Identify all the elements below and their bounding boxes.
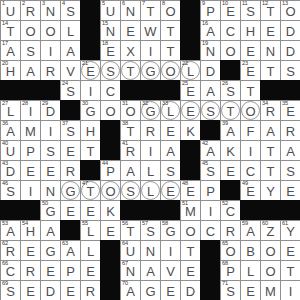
black-square: [20, 200, 40, 220]
cell-letter: A: [201, 21, 220, 40]
black-square: [280, 200, 300, 220]
letter-cell-r8c5[interactable]: T: [80, 140, 100, 160]
letter-cell-r8c1[interactable]: 40U: [0, 140, 20, 160]
circle-marker: [101, 61, 120, 80]
clue-number: 16: [202, 21, 208, 27]
cell-letter: S: [201, 101, 220, 120]
letter-cell-r14c13[interactable]: L: [240, 260, 260, 280]
clue-number: 43: [2, 161, 8, 167]
letter-cell-r2c6[interactable]: 15N: [100, 20, 120, 40]
letter-cell-r4c8[interactable]: G: [140, 60, 160, 80]
cell-letter: O: [21, 21, 40, 40]
letter-cell-r15c9[interactable]: E: [160, 280, 180, 300]
clue-number: 50: [42, 201, 48, 207]
letter-cell-r2c14[interactable]: E: [260, 20, 280, 40]
letter-cell-r13c15[interactable]: E: [280, 240, 300, 260]
cell-letter: R: [61, 161, 80, 180]
letter-cell-r2c15[interactable]: D: [280, 20, 300, 40]
circle-marker: [81, 181, 100, 200]
cell-letter: P: [61, 261, 80, 280]
cell-letter: G: [41, 201, 60, 220]
letter-cell-r13c5[interactable]: L: [80, 240, 100, 260]
cell-letter: U: [101, 1, 120, 20]
letter-cell-r4c4[interactable]: V: [60, 60, 80, 80]
cell-letter: S: [41, 141, 60, 160]
letter-cell-r5c11[interactable]: A: [200, 80, 220, 100]
letter-cell-r9c1[interactable]: 43D: [0, 160, 20, 180]
letter-cell-r9c9[interactable]: S: [160, 160, 180, 180]
cell-letter: L: [81, 241, 100, 260]
letter-cell-r6c14[interactable]: 34R: [260, 100, 280, 120]
letter-cell-r6c11[interactable]: S: [200, 100, 220, 120]
black-square: [280, 80, 300, 100]
circle-marker: [181, 61, 200, 80]
letter-cell-r9c8[interactable]: L: [140, 160, 160, 180]
letter-cell-r14c7[interactable]: 67N: [120, 260, 140, 280]
letter-cell-r2c9[interactable]: T: [160, 20, 180, 40]
cell-letter: T: [121, 121, 140, 140]
letter-cell-r9c2[interactable]: E: [20, 160, 40, 180]
letter-cell-r15c10[interactable]: D: [180, 280, 200, 300]
cell-letter: S: [221, 81, 240, 100]
letter-cell-r11c10[interactable]: 51M: [180, 200, 200, 220]
letter-cell-r3c7[interactable]: X: [120, 40, 140, 60]
letter-cell-r12c9[interactable]: 58G: [160, 220, 180, 240]
letter-cell-r10c13[interactable]: 49E: [240, 180, 260, 200]
letter-cell-r9c3[interactable]: E: [40, 160, 60, 180]
letter-cell-r8c12[interactable]: K: [220, 140, 240, 160]
letter-cell-r8c7[interactable]: 41R: [120, 140, 140, 160]
letter-cell-r11c5[interactable]: E: [80, 200, 100, 220]
letter-cell-r9c13[interactable]: C: [240, 160, 260, 180]
letter-cell-r4c13[interactable]: 23E: [240, 60, 260, 80]
clue-number: 38: [122, 121, 128, 127]
cell-letter: G: [141, 61, 160, 80]
letter-cell-r13c7[interactable]: 64U: [120, 240, 140, 260]
cell-letter: D: [281, 21, 300, 40]
letter-cell-r4c9[interactable]: O: [160, 60, 180, 80]
letter-cell-r9c7[interactable]: A: [120, 160, 140, 180]
clue-number: 45: [202, 161, 208, 167]
black-square: [60, 220, 80, 240]
letter-cell-r6c1[interactable]: 27L: [0, 100, 20, 120]
letter-cell-r15c8[interactable]: G: [140, 280, 160, 300]
letter-cell-r7c10[interactable]: K: [180, 120, 200, 140]
cell-letter: E: [81, 61, 100, 80]
cell-letter: O: [161, 61, 180, 80]
letter-cell-r7c7[interactable]: 38T: [120, 120, 140, 140]
letter-cell-r2c8[interactable]: W: [140, 20, 160, 40]
cell-letter: T: [81, 141, 100, 160]
letter-cell-r8c11[interactable]: 42A: [200, 140, 220, 160]
cell-letter: I: [81, 81, 100, 100]
letter-cell-r4c15[interactable]: S: [280, 60, 300, 80]
cell-letter: T: [261, 1, 280, 20]
cell-letter: T: [221, 101, 240, 120]
black-square: [180, 160, 200, 180]
letter-cell-r10c4[interactable]: G: [60, 180, 80, 200]
letter-cell-r13c2[interactable]: E: [20, 240, 40, 260]
letter-cell-r14c1[interactable]: 66C: [0, 260, 20, 280]
letter-cell-r12c8[interactable]: 57S: [140, 220, 160, 240]
black-square: [260, 200, 280, 220]
clue-number: 66: [2, 261, 8, 267]
letter-cell-r12c15[interactable]: 61Y: [280, 220, 300, 240]
clue-number: 63: [62, 241, 68, 247]
letter-cell-r10c14[interactable]: Y: [260, 180, 280, 200]
black-square: [200, 260, 220, 280]
cell-letter: S: [141, 221, 160, 240]
letter-cell-r7c12[interactable]: 39A: [220, 120, 240, 140]
clue-number: 60: [262, 221, 268, 227]
letter-cell-r12c14[interactable]: 60Z: [260, 220, 280, 240]
black-square: [0, 80, 20, 100]
letter-cell-r3c9[interactable]: T: [160, 40, 180, 60]
letter-cell-r13c1[interactable]: 62R: [0, 240, 20, 260]
letter-cell-r8c14[interactable]: T: [260, 140, 280, 160]
letter-cell-r3c15[interactable]: D: [280, 40, 300, 60]
cell-letter: T: [281, 261, 300, 280]
cell-letter: S: [61, 1, 80, 20]
letter-cell-r4c11[interactable]: D: [200, 60, 220, 80]
letter-cell-r14c5[interactable]: E: [80, 260, 100, 280]
letter-cell-r7c4[interactable]: 37S: [60, 120, 80, 140]
letter-cell-r12c6[interactable]: E: [100, 220, 120, 240]
letter-cell-r6c3[interactable]: 29D: [40, 100, 60, 120]
letter-cell-r12c2[interactable]: 54H: [20, 220, 40, 240]
clue-number: 23: [242, 61, 248, 67]
cell-letter: T: [1, 21, 20, 40]
cell-letter: A: [1, 41, 20, 60]
letter-cell-r10c15[interactable]: E: [280, 180, 300, 200]
letter-cell-r7c1[interactable]: 36A: [0, 120, 20, 140]
letter-cell-r8c4[interactable]: E: [60, 140, 80, 160]
cell-letter: E: [241, 41, 260, 60]
letter-cell-r15c14[interactable]: M: [260, 280, 280, 300]
cell-letter: T: [141, 1, 160, 20]
letter-cell-r9c4[interactable]: R: [60, 160, 80, 180]
black-square: [140, 80, 160, 100]
clue-number: 14: [2, 21, 8, 27]
letter-cell-r6c2[interactable]: 28I: [20, 100, 40, 120]
cell-letter: S: [101, 61, 120, 80]
clue-number: 37: [62, 121, 68, 127]
letter-cell-r2c13[interactable]: H: [240, 20, 260, 40]
cell-letter: E: [261, 21, 280, 40]
letter-cell-r14c3[interactable]: E: [40, 260, 60, 280]
letter-cell-r8c9[interactable]: A: [160, 140, 180, 160]
letter-cell-r7c13[interactable]: F: [240, 120, 260, 140]
letter-cell-r4c6[interactable]: S: [100, 60, 120, 80]
letter-cell-r6c13[interactable]: O: [240, 100, 260, 120]
clue-number: 2: [22, 1, 25, 7]
letter-cell-r15c5[interactable]: R: [80, 280, 100, 300]
letter-cell-r1c4[interactable]: 4S: [60, 0, 80, 20]
letter-cell-r15c1[interactable]: 69S: [0, 280, 20, 300]
cell-letter: E: [161, 121, 180, 140]
letter-cell-r10c3[interactable]: N: [40, 180, 60, 200]
clue-number: 4: [62, 1, 65, 7]
letter-cell-r3c11[interactable]: 19N: [200, 40, 220, 60]
letter-cell-r10c7[interactable]: S: [120, 180, 140, 200]
letter-cell-r5c12[interactable]: 26S: [220, 80, 240, 100]
letter-cell-r12c13[interactable]: 59A: [240, 220, 260, 240]
letter-cell-r3c2[interactable]: S: [20, 40, 40, 60]
letter-cell-r8c15[interactable]: A: [280, 140, 300, 160]
cell-letter: P: [221, 261, 240, 280]
clue-number: 35: [282, 101, 288, 107]
cell-letter: H: [1, 61, 20, 80]
cell-letter: N: [261, 41, 280, 60]
letter-cell-r1c9[interactable]: 8O: [160, 0, 180, 20]
letter-cell-r11c4[interactable]: E: [60, 200, 80, 220]
cell-letter: S: [241, 1, 260, 20]
letter-cell-r13c4[interactable]: 63A: [60, 240, 80, 260]
letter-cell-r9c15[interactable]: S: [280, 160, 300, 180]
letter-cell-r12c1[interactable]: 53A: [0, 220, 20, 240]
letter-cell-r13c13[interactable]: B: [240, 240, 260, 260]
cell-letter: E: [221, 1, 240, 20]
letter-cell-r10c1[interactable]: 46S: [0, 180, 20, 200]
letter-cell-r12c11[interactable]: C: [200, 220, 220, 240]
letter-cell-r15c2[interactable]: E: [20, 280, 40, 300]
letter-cell-r13c8[interactable]: N: [140, 240, 160, 260]
clue-number: 46: [2, 181, 8, 187]
cell-letter: F: [241, 121, 260, 140]
letter-cell-r3c12[interactable]: O: [220, 40, 240, 60]
letter-cell-r13c9[interactable]: I: [160, 240, 180, 260]
letter-cell-r5c10[interactable]: 25E: [180, 80, 200, 100]
cell-letter: O: [101, 181, 120, 200]
letter-cell-r1c15[interactable]: 13O: [280, 0, 300, 20]
cell-letter: I: [141, 141, 160, 160]
letter-cell-r6c5[interactable]: 30G: [80, 100, 100, 120]
cell-letter: N: [121, 261, 140, 280]
letter-cell-r9c6[interactable]: 44P: [100, 160, 120, 180]
cell-letter: E: [181, 181, 200, 200]
letter-cell-r15c12[interactable]: 71S: [220, 280, 240, 300]
letter-cell-r13c14[interactable]: O: [260, 240, 280, 260]
black-square: [260, 80, 280, 100]
letter-cell-r5c13[interactable]: T: [240, 80, 260, 100]
letter-cell-r4c14[interactable]: T: [260, 60, 280, 80]
letter-cell-r13c12[interactable]: 65O: [220, 240, 240, 260]
letter-cell-r7c5[interactable]: H: [80, 120, 100, 140]
letter-cell-r10c11[interactable]: P: [200, 180, 220, 200]
letter-cell-r10c6[interactable]: O: [100, 180, 120, 200]
letter-cell-r7c15[interactable]: R: [280, 120, 300, 140]
black-square: [100, 260, 120, 280]
clue-number: 28: [22, 101, 28, 107]
letter-cell-r14c14[interactable]: O: [260, 260, 280, 280]
letter-cell-r4c10[interactable]: 22L: [180, 60, 200, 80]
letter-cell-r14c4[interactable]: P: [60, 260, 80, 280]
letter-cell-r8c8[interactable]: I: [140, 140, 160, 160]
letter-cell-r5c5[interactable]: I: [80, 80, 100, 100]
letter-cell-r6c15[interactable]: 35E: [280, 100, 300, 120]
letter-cell-r1c7[interactable]: 6N: [120, 0, 140, 20]
cell-letter: L: [181, 61, 200, 80]
letter-cell-r6c7[interactable]: 31O: [120, 100, 140, 120]
letter-cell-r12c12[interactable]: R: [220, 220, 240, 240]
letter-cell-r12c10[interactable]: O: [180, 220, 200, 240]
letter-cell-r14c2[interactable]: R: [20, 260, 40, 280]
letter-cell-r12c5[interactable]: 55L: [80, 220, 100, 240]
cell-letter: E: [81, 201, 100, 220]
cell-letter: S: [61, 121, 80, 140]
circle-marker: [241, 101, 260, 120]
cell-letter: T: [161, 41, 180, 60]
letter-cell-r15c3[interactable]: D: [40, 280, 60, 300]
letter-cell-r8c13[interactable]: I: [240, 140, 260, 160]
clue-number: 51: [182, 201, 188, 207]
cell-letter: C: [221, 21, 240, 40]
cell-letter: R: [81, 281, 100, 300]
letter-cell-r15c15[interactable]: I: [280, 280, 300, 300]
letter-cell-r2c4[interactable]: L: [60, 20, 80, 40]
cell-letter: E: [101, 221, 120, 240]
letter-cell-r6c9[interactable]: 33L: [160, 100, 180, 120]
letter-cell-r11c11[interactable]: I: [200, 200, 220, 220]
letter-cell-r8c3[interactable]: S: [40, 140, 60, 160]
letter-cell-r14c15[interactable]: T: [280, 260, 300, 280]
letter-cell-r2c1[interactable]: 14T: [0, 20, 20, 40]
cell-letter: L: [161, 101, 180, 120]
letter-cell-r2c7[interactable]: E: [120, 20, 140, 40]
letter-cell-r14c10[interactable]: E: [180, 260, 200, 280]
cell-letter: E: [81, 261, 100, 280]
letter-cell-r12c7[interactable]: 56T: [120, 220, 140, 240]
letter-cell-r7c14[interactable]: A: [260, 120, 280, 140]
cell-letter: I: [21, 181, 40, 200]
clue-number: 22: [182, 61, 188, 67]
circle-marker: [81, 61, 100, 80]
cell-letter: O: [281, 1, 300, 20]
letter-cell-r9c11[interactable]: 45S: [200, 160, 220, 180]
letter-cell-r1c14[interactable]: 12T: [260, 0, 280, 20]
black-square: [60, 100, 80, 120]
letter-cell-r2c12[interactable]: C: [220, 20, 240, 40]
letter-cell-r10c10[interactable]: 48E: [180, 180, 200, 200]
letter-cell-r3c1[interactable]: 17A: [0, 40, 20, 60]
clue-number: 42: [202, 141, 208, 147]
letter-cell-r1c3[interactable]: 3N: [40, 0, 60, 20]
clue-number: 25: [182, 81, 188, 87]
letter-cell-r10c5[interactable]: 47T: [80, 180, 100, 200]
letter-cell-r3c13[interactable]: E: [240, 40, 260, 60]
letter-cell-r9c12[interactable]: E: [220, 160, 240, 180]
letter-cell-r3c6[interactable]: 18E: [100, 40, 120, 60]
letter-cell-r10c9[interactable]: E: [160, 180, 180, 200]
letter-cell-r3c8[interactable]: I: [140, 40, 160, 60]
letter-cell-r13c10[interactable]: T: [180, 240, 200, 260]
letter-cell-r6c8[interactable]: 32G: [140, 100, 160, 120]
letter-cell-r11c12[interactable]: 52C: [220, 200, 240, 220]
letter-cell-r10c2[interactable]: I: [20, 180, 40, 200]
black-square: [80, 160, 100, 180]
letter-cell-r15c13[interactable]: E: [240, 280, 260, 300]
letter-cell-r12c3[interactable]: A: [40, 220, 60, 240]
circle-marker: [121, 61, 140, 80]
letter-cell-r3c4[interactable]: A: [60, 40, 80, 60]
cell-letter: T: [261, 141, 280, 160]
cell-letter: L: [141, 181, 160, 200]
cell-letter: E: [41, 261, 60, 280]
letter-cell-r7c3[interactable]: I: [40, 120, 60, 140]
clue-number: 21: [82, 61, 88, 67]
letter-cell-r3c14[interactable]: N: [260, 40, 280, 60]
letter-cell-r4c5[interactable]: 21E: [80, 60, 100, 80]
letter-cell-r7c8[interactable]: R: [140, 120, 160, 140]
letter-cell-r14c12[interactable]: 68P: [220, 260, 240, 280]
letter-cell-r2c3[interactable]: O: [40, 20, 60, 40]
letter-cell-r7c2[interactable]: M: [20, 120, 40, 140]
letter-cell-r10c8[interactable]: L: [140, 180, 160, 200]
cell-letter: T: [261, 61, 280, 80]
letter-cell-r6c6[interactable]: O: [100, 100, 120, 120]
circle-marker: [161, 101, 180, 120]
cell-letter: K: [101, 201, 120, 220]
letter-cell-r4c3[interactable]: R: [40, 60, 60, 80]
letter-cell-r6c12[interactable]: T: [220, 100, 240, 120]
clue-number: 69: [2, 281, 8, 287]
clue-number: 68: [222, 261, 228, 267]
letter-cell-r4c2[interactable]: A: [20, 60, 40, 80]
clue-number: 44: [102, 161, 108, 167]
black-square: [40, 80, 60, 100]
letter-cell-r6c10[interactable]: E: [180, 100, 200, 120]
letter-cell-r14c8[interactable]: A: [140, 260, 160, 280]
cell-letter: O: [261, 241, 280, 260]
cell-letter: D: [181, 281, 200, 300]
letter-cell-r8c2[interactable]: P: [20, 140, 40, 160]
letter-cell-r2c2[interactable]: O: [20, 20, 40, 40]
letter-cell-r1c12[interactable]: 10E: [220, 0, 240, 20]
clue-number: 70: [122, 281, 128, 287]
letter-cell-r1c11[interactable]: 9P: [200, 0, 220, 20]
letter-cell-r15c7[interactable]: 70A: [120, 280, 140, 300]
cell-letter: O: [221, 41, 240, 60]
cell-letter: G: [141, 101, 160, 120]
letter-cell-r1c1[interactable]: 1U: [0, 0, 20, 20]
clue-number: 36: [2, 121, 8, 127]
letter-cell-r1c6[interactable]: 5U: [100, 0, 120, 20]
cell-letter: M: [21, 121, 40, 140]
letter-cell-r4c7[interactable]: T: [120, 60, 140, 80]
cell-letter: E: [61, 281, 80, 300]
letter-cell-r4c1[interactable]: 20H: [0, 60, 20, 80]
letter-cell-r9c14[interactable]: T: [260, 160, 280, 180]
letter-cell-r14c9[interactable]: V: [160, 260, 180, 280]
letter-cell-r13c3[interactable]: G: [40, 240, 60, 260]
letter-cell-r7c9[interactable]: E: [160, 120, 180, 140]
cell-letter: S: [61, 81, 80, 100]
letter-cell-r11c3[interactable]: 50G: [40, 200, 60, 220]
letter-cell-r1c13[interactable]: 11S: [240, 0, 260, 20]
circle-marker: [61, 181, 80, 200]
letter-cell-r11c6[interactable]: K: [100, 200, 120, 220]
letter-cell-r2c11[interactable]: 16A: [200, 20, 220, 40]
letter-cell-r3c3[interactable]: I: [40, 40, 60, 60]
cell-letter: T: [261, 161, 280, 180]
letter-cell-r1c2[interactable]: 2R: [20, 0, 40, 20]
cell-letter: X: [121, 41, 140, 60]
clue-number: 29: [42, 101, 48, 107]
letter-cell-r5c4[interactable]: 24S: [60, 80, 80, 100]
letter-cell-r1c8[interactable]: 7T: [140, 0, 160, 20]
letter-cell-r15c4[interactable]: E: [60, 280, 80, 300]
letter-cell-r5c6[interactable]: C: [100, 80, 120, 100]
